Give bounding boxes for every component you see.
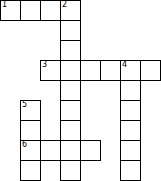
crossword-cell[interactable] (100, 60, 121, 81)
clue-number: 2 (62, 1, 67, 9)
crossword-grid: 123456 (0, 0, 161, 181)
crossword-cell[interactable] (60, 120, 81, 141)
clue-number: 3 (42, 61, 47, 69)
crossword-cell[interactable] (60, 100, 81, 121)
crossword-cell[interactable] (60, 80, 81, 101)
crossword-cell[interactable] (120, 100, 141, 121)
crossword-cell[interactable] (60, 160, 81, 181)
crossword-cell[interactable]: 2 (60, 0, 81, 21)
crossword-cell[interactable] (120, 140, 141, 161)
crossword-cell[interactable]: 4 (120, 60, 141, 81)
crossword-cell[interactable] (60, 20, 81, 41)
crossword-cell[interactable] (120, 120, 141, 141)
crossword-cell[interactable]: 1 (0, 0, 21, 21)
crossword-cell[interactable] (60, 60, 81, 81)
crossword-cell[interactable] (60, 40, 81, 61)
crossword-cell[interactable] (120, 80, 141, 101)
clue-number: 5 (22, 101, 27, 109)
crossword-cell[interactable] (80, 140, 101, 161)
crossword-cell[interactable] (20, 120, 41, 141)
crossword-cell[interactable] (120, 160, 141, 181)
clue-number: 4 (122, 61, 127, 69)
crossword-cell[interactable] (40, 140, 61, 161)
crossword-cell[interactable] (20, 160, 41, 181)
crossword-cell[interactable] (60, 140, 81, 161)
crossword-cell[interactable] (140, 60, 161, 81)
crossword-cell[interactable] (20, 0, 41, 21)
clue-number: 6 (22, 141, 27, 149)
crossword-cell[interactable]: 3 (40, 60, 61, 81)
clue-number: 1 (2, 1, 7, 9)
crossword-cell[interactable] (80, 60, 101, 81)
crossword-cell[interactable]: 6 (20, 140, 41, 161)
crossword-cell[interactable] (40, 0, 61, 21)
crossword-cell[interactable]: 5 (20, 100, 41, 121)
